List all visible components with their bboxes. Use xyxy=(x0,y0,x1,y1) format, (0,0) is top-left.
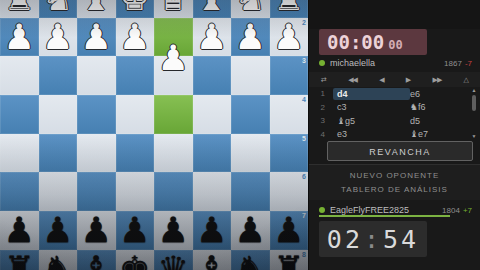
piece-black-n[interactable]: ♞ xyxy=(39,250,78,270)
rank-coordinate: 3 xyxy=(302,57,306,65)
square-b2[interactable]: ♟ xyxy=(231,18,270,57)
square-c1[interactable]: ♝ xyxy=(193,0,232,18)
piece-white-q[interactable]: ♛ xyxy=(154,0,193,18)
square-b7[interactable]: ♟ xyxy=(231,211,270,250)
player-top-name[interactable]: michaelella xyxy=(330,58,375,68)
square-c5[interactable] xyxy=(193,134,232,173)
square-c2[interactable]: ♟ xyxy=(193,18,232,57)
square-f3[interactable] xyxy=(77,56,116,95)
analysis-board-button[interactable]: TABLERO DE ANÁLISIS xyxy=(309,185,480,194)
app-window: ♜♞♝♚♛♝♞♜1♟♟♟♟♟♟♟23456♟♟♟♟♟♟♟♟7♜♞♝♚♛♝♞♜8 … xyxy=(0,0,480,270)
move-black[interactable]: e6 xyxy=(410,89,480,99)
square-e6[interactable] xyxy=(116,172,155,211)
piece-white-r[interactable]: ♜ xyxy=(270,0,309,18)
square-d1[interactable]: ♛ xyxy=(154,0,193,18)
piece-white-k[interactable]: ♚ xyxy=(116,0,155,18)
rematch-button[interactable]: REVANCHA xyxy=(327,141,473,161)
online-indicator-icon xyxy=(319,60,325,66)
rank-coordinate: 8 xyxy=(302,251,306,259)
piece-white-n[interactable]: ♞ xyxy=(231,0,270,18)
square-d4[interactable] xyxy=(154,95,193,134)
square-f2[interactable]: ♟ xyxy=(77,18,116,57)
move-list-scrollbar[interactable]: ▲ ▼ xyxy=(471,87,477,139)
rank-coordinate: 2 xyxy=(302,19,306,27)
piece-white-n[interactable]: ♞ xyxy=(39,0,78,18)
square-a5[interactable]: 5 xyxy=(270,134,309,173)
player-top-rating-change: -7 xyxy=(465,59,472,68)
prev-move-icon[interactable]: ◀ xyxy=(379,72,383,87)
square-e7[interactable]: ♟ xyxy=(116,211,155,250)
player-bottom-name[interactable]: EagleFlyFREE2825 xyxy=(330,205,409,215)
piece-white-b[interactable]: ♝ xyxy=(193,0,232,18)
clock-bottom: 02 : 54 xyxy=(319,221,427,257)
piece-white-b[interactable]: ♝ xyxy=(77,0,116,18)
square-e3[interactable] xyxy=(116,56,155,95)
first-move-icon[interactable]: ◀◀ xyxy=(348,72,357,87)
piece-black-p[interactable]: ♟ xyxy=(231,211,270,250)
square-h1[interactable]: ♜ xyxy=(0,0,39,18)
square-b1[interactable]: ♞ xyxy=(231,0,270,18)
rank-coordinate: 5 xyxy=(302,135,306,143)
square-g4[interactable] xyxy=(39,95,78,134)
square-h6[interactable] xyxy=(0,172,39,211)
piece-white-p[interactable]: ♟ xyxy=(39,18,78,57)
square-b3[interactable] xyxy=(231,56,270,95)
square-a2[interactable]: ♟2 xyxy=(270,18,309,57)
square-a8[interactable]: ♜8 xyxy=(270,250,309,270)
square-e8[interactable]: ♚ xyxy=(116,250,155,270)
square-h7[interactable]: ♟ xyxy=(0,211,39,250)
piece-black-b[interactable]: ♝ xyxy=(77,250,116,270)
animating-white-pawn[interactable]: ♟ xyxy=(154,39,193,78)
piece-white-p[interactable]: ♟ xyxy=(231,18,270,57)
square-b8[interactable]: ♞ xyxy=(231,250,270,270)
square-c3[interactable] xyxy=(193,56,232,95)
player-top-row: michaelella 1867 -7 xyxy=(319,56,472,70)
post-game-actions: NUEVO OPONENTE TABLERO DE ANÁLISIS xyxy=(309,164,480,200)
move-number: 1 xyxy=(309,89,333,98)
analysis-icon[interactable]: △ xyxy=(464,72,468,87)
square-f6[interactable] xyxy=(77,172,116,211)
move-row: 1d4e6 xyxy=(309,87,480,101)
square-c7[interactable]: ♟ xyxy=(193,211,232,250)
square-h2[interactable]: ♟ xyxy=(0,18,39,57)
scroll-up-icon[interactable]: ▲ xyxy=(472,87,477,93)
move-list: 1d4e62c3♞f63♝g5d54e3♝e7 ▲ ▼ xyxy=(309,87,480,141)
square-b6[interactable] xyxy=(231,172,270,211)
move-white[interactable]: ♝g5 xyxy=(333,115,410,127)
square-g1[interactable]: ♞ xyxy=(39,0,78,18)
sidebar-top-strip xyxy=(309,0,480,29)
square-c6[interactable] xyxy=(193,172,232,211)
clock-top-hundredths: 00 xyxy=(388,38,402,52)
square-f4[interactable] xyxy=(77,95,116,134)
player-top-rating: 1867 xyxy=(444,59,462,68)
rank-coordinate: 6 xyxy=(302,173,306,181)
new-opponent-button[interactable]: NUEVO OPONENTE xyxy=(309,171,480,180)
piece-white-r[interactable]: ♜ xyxy=(0,0,39,18)
move-toolbar: ⇄◀◀◀▶▶▶△ xyxy=(309,72,480,87)
move-white[interactable]: c3 xyxy=(333,101,410,113)
piece-white-p[interactable]: ♟ xyxy=(77,18,116,57)
square-f8[interactable]: ♝ xyxy=(77,250,116,270)
square-a1[interactable]: ♜1 xyxy=(270,0,309,18)
next-move-icon[interactable]: ▶ xyxy=(406,72,410,87)
square-e1[interactable]: ♚ xyxy=(116,0,155,18)
clock-top: 00:00 00 xyxy=(319,29,427,55)
move-row: 3♝g5d5 xyxy=(309,114,480,128)
scrollbar-thumb[interactable] xyxy=(472,95,476,111)
piece-black-p[interactable]: ♟ xyxy=(39,211,78,250)
square-e2[interactable]: ♟ xyxy=(116,18,155,57)
square-h3[interactable] xyxy=(0,56,39,95)
piece-white-p[interactable]: ♟ xyxy=(116,18,155,57)
clock-bottom-seconds: 54 xyxy=(383,225,419,254)
square-e4[interactable] xyxy=(116,95,155,134)
active-player-underline xyxy=(319,215,450,217)
square-a7[interactable]: ♟7 xyxy=(270,211,309,250)
square-d6[interactable] xyxy=(154,172,193,211)
piece-black-p[interactable]: ♟ xyxy=(77,211,116,250)
piece-black-p[interactable]: ♟ xyxy=(193,211,232,250)
piece-black-k[interactable]: ♚ xyxy=(116,250,155,270)
square-h5[interactable] xyxy=(0,134,39,173)
square-d5[interactable] xyxy=(154,134,193,173)
square-c8[interactable]: ♝ xyxy=(193,250,232,270)
square-a3[interactable]: 3 xyxy=(270,56,309,95)
move-black[interactable]: d5 xyxy=(410,116,480,126)
piece-black-p[interactable]: ♟ xyxy=(154,211,193,250)
piece-black-r[interactable]: ♜ xyxy=(0,250,39,270)
piece-white-p[interactable]: ♟ xyxy=(0,18,39,57)
chess-board: ♜♞♝♚♛♝♞♜1♟♟♟♟♟♟♟23456♟♟♟♟♟♟♟♟7♜♞♝♚♛♝♞♜8 … xyxy=(0,0,308,270)
square-d7[interactable]: ♟ xyxy=(154,211,193,250)
square-c4[interactable] xyxy=(193,95,232,134)
square-f7[interactable]: ♟ xyxy=(77,211,116,250)
piece-black-b[interactable]: ♝ xyxy=(193,250,232,270)
square-g3[interactable] xyxy=(39,56,78,95)
rank-coordinate: 7 xyxy=(302,212,306,220)
clock-bottom-colon: : xyxy=(364,225,382,254)
square-f1[interactable]: ♝ xyxy=(77,0,116,18)
square-b5[interactable] xyxy=(231,134,270,173)
square-g2[interactable]: ♟ xyxy=(39,18,78,57)
move-white[interactable]: d4 xyxy=(333,88,410,100)
piece-white-p[interactable]: ♟ xyxy=(193,18,232,57)
square-g7[interactable]: ♟ xyxy=(39,211,78,250)
square-a6[interactable]: 6 xyxy=(270,172,309,211)
square-h4[interactable] xyxy=(0,95,39,134)
flip-board-icon[interactable]: ⇄ xyxy=(321,72,326,87)
sidebar: 00:00 00 michaelella 1867 -7 ⇄◀◀◀▶▶▶△ 1d… xyxy=(308,0,480,270)
square-g6[interactable] xyxy=(39,172,78,211)
piece-black-n[interactable]: ♞ xyxy=(231,250,270,270)
move-black[interactable]: ♝e7 xyxy=(410,129,480,139)
move-rows: 1d4e62c3♞f63♝g5d54e3♝e7 xyxy=(309,87,480,141)
piece-black-p[interactable]: ♟ xyxy=(0,211,39,250)
clock-top-time: 00:00 xyxy=(327,29,384,55)
online-indicator-icon xyxy=(319,207,325,213)
scroll-down-icon[interactable]: ▼ xyxy=(472,133,477,139)
move-row: 2c3♞f6 xyxy=(309,101,480,115)
move-row: 4e3♝e7 xyxy=(309,128,480,142)
player-bottom-rating: 1804 xyxy=(442,206,460,215)
square-g8[interactable]: ♞ xyxy=(39,250,78,270)
square-f5[interactable] xyxy=(77,134,116,173)
move-number: 2 xyxy=(309,103,333,112)
square-d8[interactable]: ♛ xyxy=(154,250,193,270)
move-number: 4 xyxy=(309,130,333,139)
board-area: ♜♞♝♚♛♝♞♜1♟♟♟♟♟♟♟23456♟♟♟♟♟♟♟♟7♜♞♝♚♛♝♞♜8 … xyxy=(0,0,308,270)
clock-bottom-minutes: 02 xyxy=(327,225,363,254)
square-g5[interactable] xyxy=(39,134,78,173)
square-b4[interactable] xyxy=(231,95,270,134)
rank-coordinate: 4 xyxy=(302,96,306,104)
move-number: 3 xyxy=(309,116,333,125)
player-bottom-rating-change: +7 xyxy=(463,206,472,215)
last-move-icon[interactable]: ▶▶ xyxy=(433,72,442,87)
piece-black-q[interactable]: ♛ xyxy=(154,250,193,270)
square-h8[interactable]: ♜ xyxy=(0,250,39,270)
piece-black-p[interactable]: ♟ xyxy=(116,211,155,250)
square-a4[interactable]: 4 xyxy=(270,95,309,134)
square-e5[interactable] xyxy=(116,134,155,173)
move-white[interactable]: e3 xyxy=(333,128,410,140)
move-black[interactable]: ♞f6 xyxy=(410,102,480,112)
